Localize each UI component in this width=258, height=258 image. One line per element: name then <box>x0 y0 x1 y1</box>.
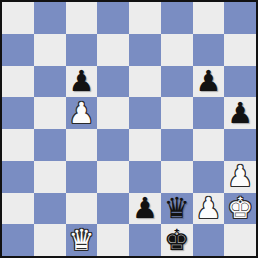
square-c2[interactable] <box>66 193 98 225</box>
white-king[interactable]: ♚ <box>227 193 253 224</box>
square-a8[interactable] <box>2 2 34 34</box>
square-g1[interactable] <box>193 224 225 256</box>
square-h2[interactable]: ♚ <box>224 193 256 225</box>
black-queen[interactable]: ♛ <box>164 193 190 224</box>
square-e1[interactable] <box>129 224 161 256</box>
white-pawn[interactable]: ♟ <box>68 98 94 129</box>
square-c3[interactable] <box>66 161 98 193</box>
square-f5[interactable] <box>161 97 193 129</box>
square-b4[interactable] <box>34 129 66 161</box>
white-pawn[interactable]: ♟ <box>227 161 253 192</box>
square-e3[interactable] <box>129 161 161 193</box>
square-c5[interactable]: ♟ <box>66 97 98 129</box>
square-a2[interactable] <box>2 193 34 225</box>
chess-board: ♟♟♟♟♟♟♛♟♚♛♚ <box>0 0 258 258</box>
square-g6[interactable]: ♟ <box>193 66 225 98</box>
square-h6[interactable] <box>224 66 256 98</box>
black-king[interactable]: ♚ <box>164 225 190 256</box>
square-a5[interactable] <box>2 97 34 129</box>
square-f1[interactable]: ♚ <box>161 224 193 256</box>
black-pawn[interactable]: ♟ <box>195 66 221 97</box>
square-d7[interactable] <box>97 34 129 66</box>
square-c8[interactable] <box>66 2 98 34</box>
square-e8[interactable] <box>129 2 161 34</box>
square-d6[interactable] <box>97 66 129 98</box>
square-h7[interactable] <box>224 34 256 66</box>
square-c4[interactable] <box>66 129 98 161</box>
square-f7[interactable] <box>161 34 193 66</box>
square-b7[interactable] <box>34 34 66 66</box>
square-a3[interactable] <box>2 161 34 193</box>
square-b5[interactable] <box>34 97 66 129</box>
square-g2[interactable]: ♟ <box>193 193 225 225</box>
square-a6[interactable] <box>2 66 34 98</box>
square-g5[interactable] <box>193 97 225 129</box>
square-c7[interactable] <box>66 34 98 66</box>
square-b1[interactable] <box>34 224 66 256</box>
square-d8[interactable] <box>97 2 129 34</box>
square-d1[interactable] <box>97 224 129 256</box>
square-f4[interactable] <box>161 129 193 161</box>
square-g7[interactable] <box>193 34 225 66</box>
white-pawn[interactable]: ♟ <box>195 193 221 224</box>
square-h3[interactable]: ♟ <box>224 161 256 193</box>
square-f2[interactable]: ♛ <box>161 193 193 225</box>
white-queen[interactable]: ♛ <box>68 225 94 256</box>
square-f6[interactable] <box>161 66 193 98</box>
square-e7[interactable] <box>129 34 161 66</box>
square-g4[interactable] <box>193 129 225 161</box>
square-d4[interactable] <box>97 129 129 161</box>
square-e6[interactable] <box>129 66 161 98</box>
square-a1[interactable] <box>2 224 34 256</box>
square-c1[interactable]: ♛ <box>66 224 98 256</box>
square-h5[interactable]: ♟ <box>224 97 256 129</box>
square-b3[interactable] <box>34 161 66 193</box>
square-f8[interactable] <box>161 2 193 34</box>
square-c6[interactable]: ♟ <box>66 66 98 98</box>
square-a7[interactable] <box>2 34 34 66</box>
square-e5[interactable] <box>129 97 161 129</box>
square-b2[interactable] <box>34 193 66 225</box>
square-e4[interactable] <box>129 129 161 161</box>
square-h1[interactable] <box>224 224 256 256</box>
square-b6[interactable] <box>34 66 66 98</box>
square-b8[interactable] <box>34 2 66 34</box>
black-pawn[interactable]: ♟ <box>227 98 253 129</box>
black-pawn[interactable]: ♟ <box>68 66 94 97</box>
square-h4[interactable] <box>224 129 256 161</box>
square-d3[interactable] <box>97 161 129 193</box>
square-g8[interactable] <box>193 2 225 34</box>
square-d2[interactable] <box>97 193 129 225</box>
square-g3[interactable] <box>193 161 225 193</box>
black-pawn[interactable]: ♟ <box>132 193 158 224</box>
square-h8[interactable] <box>224 2 256 34</box>
square-f3[interactable] <box>161 161 193 193</box>
square-e2[interactable]: ♟ <box>129 193 161 225</box>
square-a4[interactable] <box>2 129 34 161</box>
square-d5[interactable] <box>97 97 129 129</box>
